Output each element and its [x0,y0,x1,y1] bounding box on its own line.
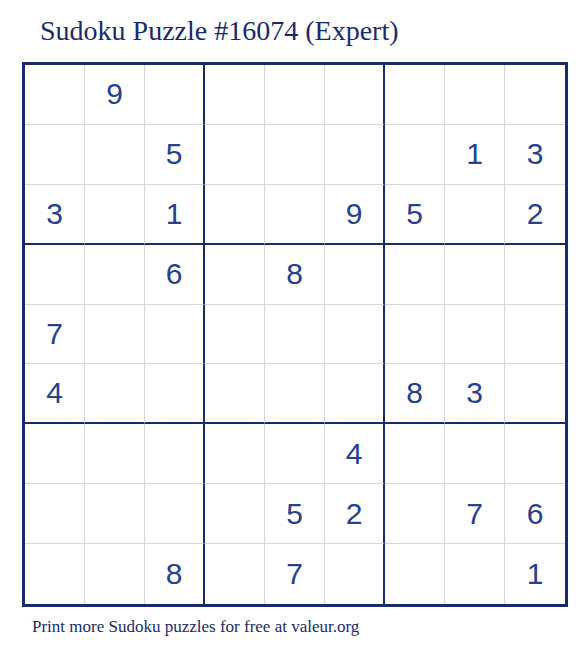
cell-r4c4 [205,245,265,305]
cell-r4c1 [25,245,85,305]
cell-r8c1 [25,484,85,544]
cell-r4c2 [85,245,145,305]
cell-r7c7 [385,424,445,484]
cell-r8c6: 2 [325,484,385,544]
cell-r9c3: 8 [145,544,205,604]
cell-r4c7 [385,245,445,305]
cell-r7c9 [505,424,565,484]
cell-r9c8 [445,544,505,604]
cell-r5c9 [505,305,565,365]
cell-r1c7 [385,65,445,125]
cell-r3c4 [205,185,265,245]
cell-r9c1 [25,544,85,604]
cell-r6c2 [85,364,145,424]
cell-r2c3: 5 [145,125,205,185]
cell-r7c1 [25,424,85,484]
cell-r7c8 [445,424,505,484]
cell-r8c4 [205,484,265,544]
cell-r1c2: 9 [85,65,145,125]
cell-r7c3 [145,424,205,484]
cell-r5c6 [325,305,385,365]
cell-r5c7 [385,305,445,365]
cell-r1c5 [265,65,325,125]
cell-r5c8 [445,305,505,365]
cell-r2c2 [85,125,145,185]
cell-r9c6 [325,544,385,604]
cell-r3c3: 1 [145,185,205,245]
cell-r9c4 [205,544,265,604]
cell-r1c4 [205,65,265,125]
footer-text: Print more Sudoku puzzles for free at va… [32,616,359,638]
cell-r2c7 [385,125,445,185]
cell-r4c8 [445,245,505,305]
cell-r5c1: 7 [25,305,85,365]
cell-r2c6 [325,125,385,185]
cell-r6c3 [145,364,205,424]
cell-r4c3: 6 [145,245,205,305]
cell-r2c4 [205,125,265,185]
cell-r8c9: 6 [505,484,565,544]
cell-r6c7: 8 [385,364,445,424]
cell-r2c9: 3 [505,125,565,185]
cell-r9c2 [85,544,145,604]
cell-r3c9: 2 [505,185,565,245]
cell-r3c5 [265,185,325,245]
cell-r8c7 [385,484,445,544]
cell-r6c4 [205,364,265,424]
cell-r7c6: 4 [325,424,385,484]
cell-r9c5: 7 [265,544,325,604]
cell-r5c2 [85,305,145,365]
cell-r4c6 [325,245,385,305]
cell-r6c8: 3 [445,364,505,424]
cell-r5c3 [145,305,205,365]
cell-r9c7 [385,544,445,604]
cell-r3c8 [445,185,505,245]
cell-r3c1: 3 [25,185,85,245]
cell-r2c1 [25,125,85,185]
cell-r4c5: 8 [265,245,325,305]
sudoku-page: Sudoku Puzzle #16074 (Expert) 9513319526… [0,0,580,651]
cell-r6c5 [265,364,325,424]
cell-r1c8 [445,65,505,125]
cell-r7c2 [85,424,145,484]
cell-r1c6 [325,65,385,125]
cell-r2c8: 1 [445,125,505,185]
cell-r3c7: 5 [385,185,445,245]
cell-r1c3 [145,65,205,125]
cell-r5c5 [265,305,325,365]
cell-r1c9 [505,65,565,125]
cell-r8c8: 7 [445,484,505,544]
cell-r7c5 [265,424,325,484]
cell-r6c1: 4 [25,364,85,424]
cell-r2c5 [265,125,325,185]
cell-r5c4 [205,305,265,365]
cell-r6c9 [505,364,565,424]
cell-r8c2 [85,484,145,544]
cell-r3c6: 9 [325,185,385,245]
cell-r8c3 [145,484,205,544]
cell-r1c1 [25,65,85,125]
cell-r9c9: 1 [505,544,565,604]
page-title: Sudoku Puzzle #16074 (Expert) [40,14,399,48]
cell-r3c2 [85,185,145,245]
cell-r4c9 [505,245,565,305]
sudoku-grid: 95133195268748345276871 [22,62,568,607]
cell-r7c4 [205,424,265,484]
cell-r8c5: 5 [265,484,325,544]
cell-r6c6 [325,364,385,424]
